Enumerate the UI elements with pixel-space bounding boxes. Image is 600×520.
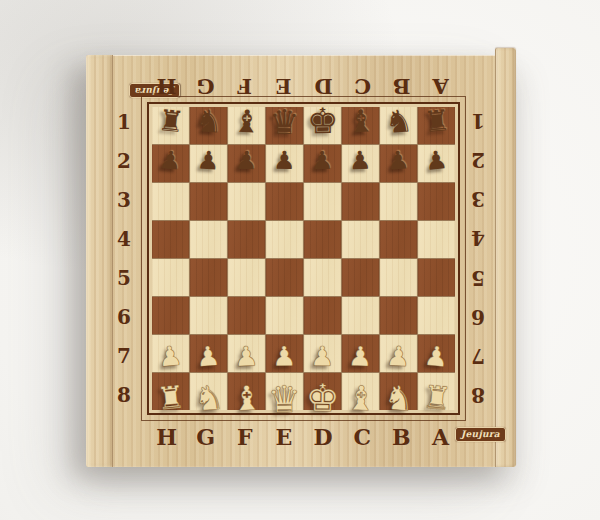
square-a6[interactable] [418, 297, 455, 334]
square-h7[interactable]: ♟ [152, 335, 189, 372]
square-b1[interactable]: ♞ [380, 107, 417, 144]
square-g6[interactable] [190, 297, 227, 334]
square-h4[interactable] [152, 221, 189, 258]
coord-bottom-label: D [304, 422, 343, 452]
coord-top-label: G [186, 73, 225, 101]
square-c6[interactable] [342, 297, 379, 334]
square-c2[interactable]: ♟ [342, 145, 379, 182]
square-g8[interactable]: ♞ [190, 373, 227, 410]
square-f4[interactable] [228, 221, 265, 258]
square-a8[interactable]: ♜ [418, 373, 455, 410]
coord-bottom-label: B [382, 422, 421, 452]
square-h6[interactable] [152, 297, 189, 334]
dark-pawn-h2[interactable]: ♟ [158, 147, 183, 174]
square-a5[interactable] [418, 259, 455, 296]
box-right-edge [495, 48, 516, 467]
square-a7[interactable]: ♟ [418, 335, 455, 372]
square-d1[interactable]: ♚ [304, 107, 341, 144]
brand-logo-bottom: Jeujura [455, 427, 506, 442]
light-pawn-c7[interactable]: ♟ [348, 343, 373, 371]
square-d7[interactable]: ♟ [304, 335, 341, 372]
square-b3[interactable] [380, 183, 417, 220]
light-rook-a8[interactable]: ♜ [421, 382, 452, 416]
coord-bottom-label: H [147, 422, 186, 452]
dark-pawn-e2[interactable]: ♟ [273, 148, 296, 173]
coord-top-label: F [225, 73, 264, 101]
dark-pawn-b2[interactable]: ♟ [386, 147, 410, 174]
square-c4[interactable] [342, 221, 379, 258]
square-d3[interactable] [304, 183, 341, 220]
square-h1[interactable]: ♜ [152, 107, 189, 144]
coord-top-label: C [343, 73, 382, 101]
coord-bottom-label: F [225, 422, 264, 452]
light-king-d8[interactable]: ♚ [305, 379, 339, 417]
coord-bottom-label: E [264, 422, 303, 452]
coord-left-label: 7 [108, 337, 140, 376]
square-b4[interactable] [380, 221, 417, 258]
square-a1[interactable]: ♜ [418, 107, 455, 144]
square-f5[interactable] [228, 259, 265, 296]
coord-bottom-label: G [186, 422, 225, 452]
square-c1[interactable]: ♝ [342, 107, 379, 144]
square-e3[interactable] [266, 183, 303, 220]
square-g2[interactable]: ♟ [190, 145, 227, 182]
light-pawn-d7[interactable]: ♟ [310, 343, 335, 370]
light-bishop-f8[interactable]: ♝ [231, 381, 262, 416]
dark-knight-g1[interactable]: ♞ [194, 105, 224, 138]
square-e1[interactable]: ♛ [266, 107, 303, 144]
coord-right-label: 7 [463, 337, 493, 376]
square-h8[interactable]: ♜ [152, 373, 189, 410]
dark-pawn-g2[interactable]: ♟ [196, 147, 220, 174]
dark-knight-b1[interactable]: ♞ [384, 105, 414, 138]
square-c3[interactable] [342, 183, 379, 220]
square-h5[interactable] [152, 259, 189, 296]
dark-rook-h1[interactable]: ♜ [156, 106, 185, 137]
coord-top-label: D [304, 73, 343, 101]
light-bishop-c8[interactable]: ♝ [345, 381, 376, 416]
coord-bottom-label: A [421, 422, 460, 452]
square-f6[interactable] [228, 297, 265, 334]
coord-left-label: 8 [108, 376, 140, 415]
square-e6[interactable] [266, 297, 303, 334]
light-knight-b8[interactable]: ♞ [382, 381, 414, 416]
coord-right-label: 6 [463, 298, 493, 337]
square-c7[interactable]: ♟ [342, 335, 379, 372]
square-g7[interactable]: ♟ [190, 335, 227, 372]
square-b2[interactable]: ♟ [380, 145, 417, 182]
square-f3[interactable] [228, 183, 265, 220]
square-d6[interactable] [304, 297, 341, 334]
dark-queen-e1[interactable]: ♛ [269, 104, 300, 138]
coord-top-label: A [421, 73, 460, 101]
square-a3[interactable] [418, 183, 455, 220]
square-f1[interactable]: ♝ [228, 107, 265, 144]
square-d8[interactable]: ♚ [304, 373, 341, 410]
dark-bishop-f1[interactable]: ♝ [232, 105, 261, 137]
square-d5[interactable] [304, 259, 341, 296]
light-queen-e8[interactable]: ♛ [268, 380, 301, 417]
coord-top-label: E [264, 73, 303, 101]
coord-right-label: 1 [463, 102, 493, 141]
coord-left-label: 3 [108, 180, 140, 219]
square-g5[interactable] [190, 259, 227, 296]
square-e7[interactable]: ♟ [266, 335, 303, 372]
coord-right-label: 8 [463, 376, 493, 415]
coord-left-label: 2 [108, 141, 140, 180]
coord-left-label: 5 [108, 259, 140, 298]
photo-scene: Jeujura Jeujura HGFEDCBA HGFEDCBA 123456… [0, 0, 600, 520]
coord-bottom-label: C [343, 422, 382, 452]
square-b7[interactable]: ♟ [380, 335, 417, 372]
dark-pawn-f2[interactable]: ♟ [235, 148, 258, 174]
coord-top-label: B [382, 73, 421, 101]
dark-pawn-d2[interactable]: ♟ [311, 148, 334, 173]
dark-pawn-c2[interactable]: ♟ [349, 148, 372, 174]
square-b6[interactable] [380, 297, 417, 334]
dark-pawn-a2[interactable]: ♟ [424, 147, 449, 174]
dark-bishop-c1[interactable]: ♝ [346, 105, 375, 137]
chess-box: Jeujura Jeujura HGFEDCBA HGFEDCBA 123456… [86, 55, 516, 467]
square-f7[interactable]: ♟ [228, 335, 265, 372]
square-e4[interactable] [266, 221, 303, 258]
file-labels-top: HGFEDCBA [147, 73, 460, 101]
coord-left-label: 6 [108, 298, 140, 337]
light-pawn-f7[interactable]: ♟ [234, 343, 259, 371]
light-pawn-e7[interactable]: ♟ [272, 343, 297, 370]
square-f8[interactable]: ♝ [228, 373, 265, 410]
light-knight-g8[interactable]: ♞ [192, 381, 224, 416]
square-g4[interactable] [190, 221, 227, 258]
chess-board-grid: ♜♞♝♛♚♝♞♜♟♟♟♟♟♟♟♟♟♟♟♟♟♟♟♟♜♞♝♛♚♝♞♜ [152, 107, 455, 410]
square-d2[interactable]: ♟ [304, 145, 341, 182]
square-e5[interactable] [266, 259, 303, 296]
dark-king-d1[interactable]: ♚ [307, 104, 339, 139]
rank-labels-right: 12345678 [463, 102, 493, 415]
light-rook-h8[interactable]: ♜ [155, 382, 186, 416]
coord-left-label: 1 [108, 102, 140, 141]
square-e2[interactable]: ♟ [266, 145, 303, 182]
coord-right-label: 2 [463, 141, 493, 180]
coord-right-label: 5 [463, 259, 493, 298]
coord-right-label: 4 [463, 219, 493, 258]
square-g3[interactable] [190, 183, 227, 220]
playing-area: ♜♞♝♛♚♝♞♜♟♟♟♟♟♟♟♟♟♟♟♟♟♟♟♟♜♞♝♛♚♝♞♜ [147, 102, 460, 415]
rank-labels-left: 12345678 [108, 102, 140, 415]
square-e8[interactable]: ♛ [266, 373, 303, 410]
square-b8[interactable]: ♞ [380, 373, 417, 410]
light-pawn-a7[interactable]: ♟ [423, 342, 450, 371]
square-c5[interactable] [342, 259, 379, 296]
coord-left-label: 4 [108, 219, 140, 258]
coord-top-label: H [147, 73, 186, 101]
square-d4[interactable] [304, 221, 341, 258]
file-labels-bottom: HGFEDCBA [147, 422, 460, 452]
square-f2[interactable]: ♟ [228, 145, 265, 182]
square-h2[interactable]: ♟ [152, 145, 189, 182]
light-pawn-g7[interactable]: ♟ [195, 342, 221, 371]
square-h3[interactable] [152, 183, 189, 220]
square-g1[interactable]: ♞ [190, 107, 227, 144]
square-c8[interactable]: ♝ [342, 373, 379, 410]
light-pawn-h7[interactable]: ♟ [157, 342, 184, 371]
dark-rook-a1[interactable]: ♜ [422, 106, 451, 137]
square-a4[interactable] [418, 221, 455, 258]
coord-right-label: 3 [463, 180, 493, 219]
square-b5[interactable] [380, 259, 417, 296]
square-a2[interactable]: ♟ [418, 145, 455, 182]
light-pawn-b7[interactable]: ♟ [385, 342, 411, 371]
